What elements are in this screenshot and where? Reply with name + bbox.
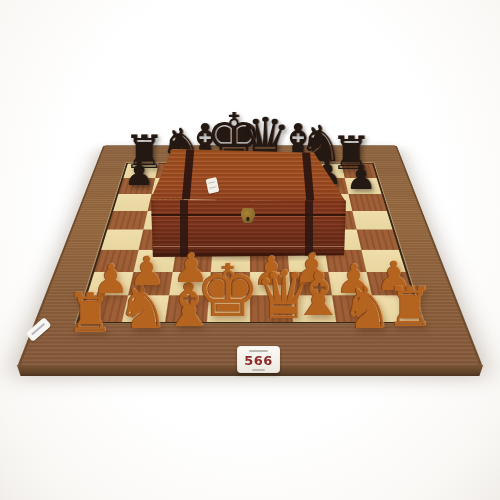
tag-fine-print <box>249 350 268 352</box>
white-rook: ♜ <box>386 281 434 335</box>
white-pieces-layer: ♜♟♞♟♝♟♚♟♛♟♝♟♞♟♜ <box>0 0 500 500</box>
lot-tag: 566 <box>237 346 280 373</box>
white-pawn: ♟ <box>129 251 165 291</box>
photo-scene: ♜♟♞♝♚♛♝♞♜♟♟ ♜♟♞♟♝♟♚♟♛♟♝♟♞♟♜ 566 <box>0 0 500 500</box>
tag-fine-print <box>252 369 265 371</box>
lot-number: 566 <box>237 354 280 367</box>
white-king: ♚ <box>196 255 261 327</box>
